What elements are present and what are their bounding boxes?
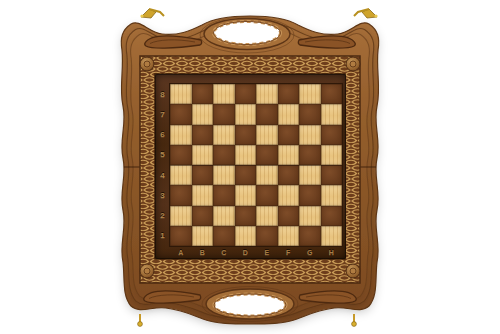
file-label-h: H	[321, 246, 343, 259]
square-f4	[278, 165, 300, 185]
file-label-c: C	[213, 246, 235, 259]
square-g4	[299, 165, 321, 185]
square-b2	[192, 206, 214, 226]
square-b7	[192, 104, 214, 124]
brass-clasp-right	[354, 9, 378, 18]
square-e5	[256, 145, 278, 165]
square-b8	[192, 84, 214, 104]
square-d3	[235, 185, 257, 205]
corner-rosette-bottom-right	[346, 264, 360, 278]
square-h8	[321, 84, 343, 104]
square-c2	[213, 206, 235, 226]
rank-label-1: 1	[155, 226, 170, 246]
square-h3	[321, 185, 343, 205]
rank-label-4: 4	[155, 165, 170, 185]
square-b5	[192, 145, 214, 165]
square-g6	[299, 125, 321, 145]
square-c8	[213, 84, 235, 104]
bottom-handle-cutout	[202, 287, 298, 322]
square-f8	[278, 84, 300, 104]
square-e3	[256, 185, 278, 205]
square-d7	[235, 104, 257, 124]
file-label-e: E	[256, 246, 278, 259]
square-h6	[321, 125, 343, 145]
square-a3	[170, 185, 192, 205]
square-d8	[235, 84, 257, 104]
square-a2	[170, 206, 192, 226]
square-f2	[278, 206, 300, 226]
rank-labels: 87654321	[155, 84, 170, 246]
square-d2	[235, 206, 257, 226]
square-e8	[256, 84, 278, 104]
square-e4	[256, 165, 278, 185]
square-e2	[256, 206, 278, 226]
file-label-a: A	[170, 246, 192, 259]
square-a1	[170, 226, 192, 246]
square-a4	[170, 165, 192, 185]
square-b3	[192, 185, 214, 205]
square-d4	[235, 165, 257, 185]
square-b6	[192, 125, 214, 145]
file-labels: ABCDEFGH	[170, 246, 342, 259]
carved-chess-case-photo: 87654321 ABCDEFGH	[0, 0, 500, 334]
file-label-b: B	[192, 246, 214, 259]
square-a6	[170, 125, 192, 145]
square-g2	[299, 206, 321, 226]
square-h7	[321, 104, 343, 124]
brass-clasp-left	[140, 9, 164, 18]
square-h4	[321, 165, 343, 185]
square-b1	[192, 226, 214, 246]
rank-label-6: 6	[155, 125, 170, 145]
square-b4	[192, 165, 214, 185]
square-c6	[213, 125, 235, 145]
file-label-f: F	[278, 246, 300, 259]
square-f3	[278, 185, 300, 205]
square-e1	[256, 226, 278, 246]
square-h2	[321, 206, 343, 226]
file-label-d: D	[235, 246, 257, 259]
chessboard	[170, 84, 342, 246]
square-g3	[299, 185, 321, 205]
square-e6	[256, 125, 278, 145]
board-frame: 87654321 ABCDEFGH	[155, 74, 346, 259]
rank-label-3: 3	[155, 185, 170, 205]
square-e7	[256, 104, 278, 124]
square-f5	[278, 145, 300, 165]
square-c4	[213, 165, 235, 185]
square-a7	[170, 104, 192, 124]
square-d1	[235, 226, 257, 246]
square-c3	[213, 185, 235, 205]
rank-label-8: 8	[155, 84, 170, 104]
brass-pin-right	[352, 314, 357, 326]
square-h5	[321, 145, 343, 165]
corner-rosette-bottom-left	[140, 264, 154, 278]
square-f7	[278, 104, 300, 124]
rank-label-5: 5	[155, 145, 170, 165]
square-a5	[170, 145, 192, 165]
square-c1	[213, 226, 235, 246]
square-f1	[278, 226, 300, 246]
rank-label-2: 2	[155, 206, 170, 226]
square-g8	[299, 84, 321, 104]
square-a8	[170, 84, 192, 104]
square-d5	[235, 145, 257, 165]
square-f6	[278, 125, 300, 145]
file-label-g: G	[299, 246, 321, 259]
brass-pin-left	[138, 314, 143, 326]
square-d6	[235, 125, 257, 145]
corner-rosette-top-right	[346, 57, 360, 71]
square-h1	[321, 226, 343, 246]
square-g7	[299, 104, 321, 124]
square-c5	[213, 145, 235, 165]
square-c7	[213, 104, 235, 124]
square-g1	[299, 226, 321, 246]
square-g5	[299, 145, 321, 165]
corner-rosette-top-left	[140, 57, 154, 71]
rank-label-7: 7	[155, 104, 170, 124]
top-handle-cutout	[200, 17, 294, 53]
